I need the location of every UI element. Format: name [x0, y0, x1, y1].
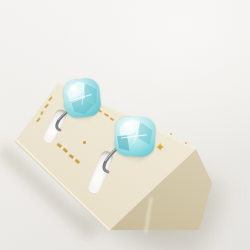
bead-specular-highlight [124, 121, 131, 126]
gem-bead-right [114, 116, 156, 157]
gem-bead-left [62, 77, 102, 119]
photo-scene: ✦ [0, 0, 250, 250]
